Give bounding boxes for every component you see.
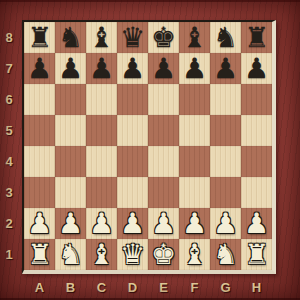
square-e4[interactable] <box>148 146 179 177</box>
square-e6[interactable] <box>148 84 179 115</box>
piece-white-pawn: ♟ <box>58 208 83 239</box>
rank-label-4: 4 <box>0 146 20 177</box>
square-a6[interactable] <box>24 84 55 115</box>
square-f3[interactable] <box>179 177 210 208</box>
square-g7[interactable]: ♟ <box>210 53 241 84</box>
square-g5[interactable] <box>210 115 241 146</box>
piece-white-knight: ♞ <box>213 239 238 270</box>
piece-white-pawn: ♟ <box>120 208 145 239</box>
piece-black-bishop: ♝ <box>89 22 114 53</box>
square-d2[interactable]: ♟ <box>117 208 148 239</box>
board-grid: ♜♞♝♛♚♝♞♜♟♟♟♟♟♟♟♟♟♟♟♟♟♟♟♟♜♞♝♛♚♝♞♜ <box>24 22 272 270</box>
square-f6[interactable] <box>179 84 210 115</box>
rank-labels: 87654321 <box>0 22 22 270</box>
square-e8[interactable]: ♚ <box>148 22 179 53</box>
square-d4[interactable] <box>117 146 148 177</box>
square-f2[interactable]: ♟ <box>179 208 210 239</box>
piece-white-bishop: ♝ <box>89 239 114 270</box>
rank-label-5: 5 <box>0 115 20 146</box>
square-d7[interactable]: ♟ <box>117 53 148 84</box>
piece-black-knight: ♞ <box>58 22 83 53</box>
square-b5[interactable] <box>55 115 86 146</box>
square-e2[interactable]: ♟ <box>148 208 179 239</box>
square-a4[interactable] <box>24 146 55 177</box>
square-c3[interactable] <box>86 177 117 208</box>
square-a3[interactable] <box>24 177 55 208</box>
piece-white-pawn: ♟ <box>244 208 269 239</box>
square-f5[interactable] <box>179 115 210 146</box>
piece-black-pawn: ♟ <box>58 53 83 84</box>
square-f8[interactable]: ♝ <box>179 22 210 53</box>
square-h6[interactable] <box>241 84 272 115</box>
piece-black-pawn: ♟ <box>27 53 52 84</box>
piece-black-pawn: ♟ <box>151 53 176 84</box>
rank-label-6: 6 <box>0 84 20 115</box>
square-d6[interactable] <box>117 84 148 115</box>
rank-label-7: 7 <box>0 53 20 84</box>
square-g8[interactable]: ♞ <box>210 22 241 53</box>
piece-white-king: ♚ <box>151 239 176 270</box>
piece-white-queen: ♛ <box>120 239 145 270</box>
piece-white-rook: ♜ <box>244 239 269 270</box>
piece-black-king: ♚ <box>151 22 176 53</box>
piece-white-pawn: ♟ <box>182 208 207 239</box>
square-a2[interactable]: ♟ <box>24 208 55 239</box>
square-h5[interactable] <box>241 115 272 146</box>
rank-label-1: 1 <box>0 239 20 270</box>
piece-black-bishop: ♝ <box>182 22 207 53</box>
piece-white-bishop: ♝ <box>182 239 207 270</box>
square-d8[interactable]: ♛ <box>117 22 148 53</box>
chess-app: ♜♞♝♛♚♝♞♜♟♟♟♟♟♟♟♟♟♟♟♟♟♟♟♟♜♞♝♛♚♝♞♜ 8765432… <box>0 0 300 300</box>
chess-board: ♜♞♝♛♚♝♞♜♟♟♟♟♟♟♟♟♟♟♟♟♟♟♟♟♜♞♝♛♚♝♞♜ <box>22 20 276 274</box>
file-label-e: E <box>148 278 179 300</box>
piece-black-pawn: ♟ <box>213 53 238 84</box>
rank-label-8: 8 <box>0 22 20 53</box>
square-b6[interactable] <box>55 84 86 115</box>
square-b8[interactable]: ♞ <box>55 22 86 53</box>
square-a5[interactable] <box>24 115 55 146</box>
file-label-d: D <box>117 278 148 300</box>
square-h8[interactable]: ♜ <box>241 22 272 53</box>
file-label-g: G <box>210 278 241 300</box>
piece-white-rook: ♜ <box>27 239 52 270</box>
piece-white-knight: ♞ <box>58 239 83 270</box>
square-c7[interactable]: ♟ <box>86 53 117 84</box>
file-label-a: A <box>24 278 55 300</box>
square-b1[interactable]: ♞ <box>55 239 86 270</box>
rank-label-3: 3 <box>0 177 20 208</box>
square-g6[interactable] <box>210 84 241 115</box>
square-b4[interactable] <box>55 146 86 177</box>
rank-label-2: 2 <box>0 208 20 239</box>
square-d1[interactable]: ♛ <box>117 239 148 270</box>
square-h3[interactable] <box>241 177 272 208</box>
file-label-h: H <box>241 278 272 300</box>
square-g2[interactable]: ♟ <box>210 208 241 239</box>
square-c4[interactable] <box>86 146 117 177</box>
piece-black-pawn: ♟ <box>89 53 114 84</box>
square-b2[interactable]: ♟ <box>55 208 86 239</box>
square-g4[interactable] <box>210 146 241 177</box>
square-f4[interactable] <box>179 146 210 177</box>
square-c8[interactable]: ♝ <box>86 22 117 53</box>
square-h2[interactable]: ♟ <box>241 208 272 239</box>
square-f1[interactable]: ♝ <box>179 239 210 270</box>
piece-white-pawn: ♟ <box>151 208 176 239</box>
square-b7[interactable]: ♟ <box>55 53 86 84</box>
piece-black-queen: ♛ <box>120 22 145 53</box>
square-d5[interactable] <box>117 115 148 146</box>
square-h4[interactable] <box>241 146 272 177</box>
square-g1[interactable]: ♞ <box>210 239 241 270</box>
file-label-c: C <box>86 278 117 300</box>
piece-black-rook: ♜ <box>27 22 52 53</box>
square-g3[interactable] <box>210 177 241 208</box>
square-c5[interactable] <box>86 115 117 146</box>
square-e7[interactable]: ♟ <box>148 53 179 84</box>
piece-white-pawn: ♟ <box>27 208 52 239</box>
square-h1[interactable]: ♜ <box>241 239 272 270</box>
piece-black-knight: ♞ <box>213 22 238 53</box>
piece-white-pawn: ♟ <box>89 208 114 239</box>
square-f7[interactable]: ♟ <box>179 53 210 84</box>
file-labels: ABCDEFGH <box>24 278 272 300</box>
square-e1[interactable]: ♚ <box>148 239 179 270</box>
square-h7[interactable]: ♟ <box>241 53 272 84</box>
piece-black-rook: ♜ <box>244 22 269 53</box>
square-e3[interactable] <box>148 177 179 208</box>
square-c6[interactable] <box>86 84 117 115</box>
file-label-f: F <box>179 278 210 300</box>
file-label-b: B <box>55 278 86 300</box>
square-c2[interactable]: ♟ <box>86 208 117 239</box>
piece-black-pawn: ♟ <box>182 53 207 84</box>
piece-black-pawn: ♟ <box>120 53 145 84</box>
square-d3[interactable] <box>117 177 148 208</box>
square-c1[interactable]: ♝ <box>86 239 117 270</box>
square-a8[interactable]: ♜ <box>24 22 55 53</box>
square-a1[interactable]: ♜ <box>24 239 55 270</box>
square-e5[interactable] <box>148 115 179 146</box>
square-a7[interactable]: ♟ <box>24 53 55 84</box>
piece-white-pawn: ♟ <box>213 208 238 239</box>
piece-black-pawn: ♟ <box>244 53 269 84</box>
square-b3[interactable] <box>55 177 86 208</box>
